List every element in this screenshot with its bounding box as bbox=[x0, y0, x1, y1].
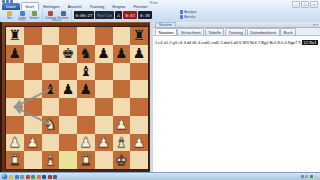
square-g3[interactable]: ♟ bbox=[113, 116, 131, 134]
square-a3[interactable] bbox=[6, 116, 24, 134]
square-a5[interactable] bbox=[6, 80, 24, 98]
square-d5[interactable]: ♟ bbox=[59, 80, 77, 98]
piece-white-pawn-h2[interactable]: ♟ bbox=[133, 134, 146, 151]
current-move-highlight[interactable]: 12.Re1 bbox=[302, 40, 318, 45]
square-d1[interactable] bbox=[59, 151, 77, 169]
square-c5[interactable]: ♝ bbox=[42, 80, 60, 98]
windows-taskbar bbox=[0, 172, 320, 180]
piece-white-bishop-c1[interactable]: ♝ bbox=[44, 152, 57, 169]
square-f3[interactable] bbox=[95, 116, 113, 134]
board-icon bbox=[7, 11, 12, 16]
piece-white-rook-a1[interactable]: ♜ bbox=[9, 152, 22, 169]
square-a6[interactable] bbox=[6, 63, 24, 81]
piece-black-rook-a8[interactable]: ♜ bbox=[9, 27, 22, 44]
square-h1[interactable] bbox=[130, 151, 148, 169]
board-frame: ♜♜♟♚♞♟♟♟♝♝♟♟♞♟♟♟♟♟♝♟♜♝♜♚ bbox=[0, 22, 152, 174]
ribbon-tab-fenster[interactable]: Fenster bbox=[130, 3, 151, 10]
piece-white-pawn-g3[interactable]: ♟ bbox=[115, 116, 128, 133]
taskbar-app-icon-2[interactable] bbox=[15, 175, 19, 179]
square-a1[interactable]: ♜ bbox=[6, 151, 24, 169]
square-h6[interactable] bbox=[130, 63, 148, 81]
tray-icon-4[interactable] bbox=[314, 175, 317, 178]
taskbar-app-icon-9[interactable] bbox=[53, 175, 57, 179]
square-e2[interactable]: ♟ bbox=[77, 134, 95, 152]
taskbar-app-icon-3[interactable] bbox=[20, 175, 24, 179]
clock-mode-label: Partie bbox=[95, 11, 113, 19]
window-title: Fritz bbox=[150, 0, 158, 5]
notation-caption-buttons: ▾× bbox=[313, 23, 320, 27]
square-f5[interactable] bbox=[95, 80, 113, 98]
bericht-option[interactable]: Bericht bbox=[180, 15, 195, 19]
ribbon-group-right: AnalyseBericht bbox=[178, 10, 199, 22]
check-icon bbox=[180, 10, 184, 14]
square-f6[interactable] bbox=[95, 63, 113, 81]
square-e8[interactable] bbox=[77, 27, 95, 45]
taskbar-app-icon-8[interactable] bbox=[48, 175, 52, 179]
square-f7[interactable]: ♟ bbox=[95, 45, 113, 63]
square-h8[interactable]: ♜ bbox=[130, 27, 148, 45]
square-e6[interactable]: ♝ bbox=[77, 63, 95, 81]
piece-white-knight-c3[interactable]: ♞ bbox=[44, 116, 57, 133]
panel-close-button[interactable]: × bbox=[316, 23, 318, 27]
taskbar-app-icon-4[interactable] bbox=[26, 175, 30, 179]
square-b4[interactable] bbox=[24, 98, 42, 116]
piece-white-king-g1[interactable]: ♚ bbox=[115, 152, 128, 169]
square-f4[interactable] bbox=[95, 98, 113, 116]
piece-white-bishop-g2[interactable]: ♝ bbox=[115, 134, 128, 151]
taskbar-app-icon-7[interactable] bbox=[42, 175, 46, 179]
square-g1[interactable]: ♚ bbox=[113, 151, 131, 169]
piece-black-rook-h8[interactable]: ♜ bbox=[133, 27, 146, 44]
window-controls: –□× bbox=[292, 1, 318, 8]
square-b2[interactable]: ♟ bbox=[24, 134, 42, 152]
taskbar-icons bbox=[9, 175, 59, 179]
evaluation-display: 0:41 bbox=[123, 11, 137, 19]
minimize-button[interactable]: – bbox=[292, 1, 300, 8]
black-clock: 0:35 bbox=[138, 11, 152, 19]
square-b3[interactable] bbox=[24, 116, 42, 134]
ribbon-tab-training[interactable]: Training bbox=[86, 3, 108, 10]
square-a8[interactable]: ♜ bbox=[6, 27, 24, 45]
square-e4[interactable] bbox=[77, 98, 95, 116]
square-e7[interactable]: ♞ bbox=[77, 45, 95, 63]
square-b5[interactable] bbox=[24, 80, 42, 98]
taskbar-app-icon-5[interactable] bbox=[31, 175, 35, 179]
panel-menu-button[interactable]: ▾ bbox=[313, 23, 315, 27]
square-c1[interactable]: ♝ bbox=[42, 151, 60, 169]
save-icon bbox=[32, 11, 37, 16]
maximize-button[interactable]: □ bbox=[301, 1, 309, 8]
piece-black-king-d7[interactable]: ♚ bbox=[62, 45, 75, 62]
game-notation[interactable]: 1.c4 e5 2.g3 c6 3.d4 d5 4.cxd5 cxd5 5.dx… bbox=[153, 40, 320, 45]
start-button[interactable] bbox=[2, 174, 7, 179]
engine-icon bbox=[61, 11, 66, 16]
piece-white-pawn-f2[interactable]: ♟ bbox=[97, 134, 110, 151]
app-menu-button[interactable]: Datei bbox=[2, 3, 20, 10]
piece-white-pawn-e2[interactable]: ♟ bbox=[80, 134, 93, 151]
square-d8[interactable] bbox=[59, 27, 77, 45]
threat-icon bbox=[48, 11, 53, 16]
ribbon-tab-einfügen[interactable]: Einfügen bbox=[40, 3, 64, 10]
piece-black-pawn-g7[interactable]: ♟ bbox=[115, 45, 128, 62]
piece-black-pawn-a7[interactable]: ♟ bbox=[9, 45, 22, 62]
square-d4[interactable] bbox=[59, 98, 77, 116]
notation-tab-tabelle[interactable]: Tabelle bbox=[205, 28, 225, 35]
piece-black-pawn-e5[interactable]: ♟ bbox=[80, 81, 93, 98]
ribbon-group-partie: NeuLadenSichernPartie bbox=[2, 10, 43, 22]
square-g8[interactable] bbox=[113, 27, 131, 45]
square-g5[interactable] bbox=[113, 80, 131, 98]
notation-tab-schachtext[interactable]: Schachtext bbox=[177, 28, 204, 35]
square-c4[interactable] bbox=[42, 98, 60, 116]
square-c8[interactable] bbox=[42, 27, 60, 45]
ribbon-tab-engine[interactable]: Engine bbox=[109, 3, 129, 10]
taskbar-app-icon-6[interactable] bbox=[37, 175, 41, 179]
square-g4[interactable] bbox=[113, 98, 131, 116]
square-d3[interactable] bbox=[59, 116, 77, 134]
square-h4[interactable] bbox=[130, 98, 148, 116]
pawn-icon: ♙ bbox=[115, 11, 123, 19]
clock-bar: 0:00:27Partie♙0:410:35 bbox=[74, 11, 152, 19]
option-label: Bericht bbox=[184, 15, 195, 19]
notation-tab-notation[interactable]: Notation bbox=[155, 28, 177, 35]
piece-white-pawn-b2[interactable]: ♟ bbox=[26, 134, 39, 151]
square-c7[interactable] bbox=[42, 45, 60, 63]
notation-tab-bar: NotationSchachtextTabelleTrainingDatenba… bbox=[153, 28, 320, 36]
piece-black-bishop-e6[interactable]: ♝ bbox=[80, 63, 93, 80]
piece-black-pawn-f7[interactable]: ♟ bbox=[97, 45, 110, 62]
ribbon-body: NeuLadenSichernPartieDrohungRechnenAnaly… bbox=[2, 10, 319, 22]
square-b6[interactable] bbox=[24, 63, 42, 81]
tray-icon-2[interactable] bbox=[305, 175, 308, 178]
analyse-option[interactable]: Analyse bbox=[180, 10, 197, 14]
square-b7[interactable] bbox=[24, 45, 42, 63]
square-f2[interactable]: ♟ bbox=[95, 134, 113, 152]
square-a4[interactable] bbox=[6, 98, 24, 116]
notation-tab-training[interactable]: Training bbox=[225, 28, 246, 35]
square-e3[interactable] bbox=[77, 116, 95, 134]
tray-icon-3[interactable] bbox=[310, 175, 313, 178]
square-c3[interactable]: ♞ bbox=[42, 116, 60, 134]
square-g7[interactable]: ♟ bbox=[113, 45, 131, 63]
open-icon bbox=[20, 11, 25, 16]
square-b8[interactable] bbox=[24, 27, 42, 45]
close-button[interactable]: × bbox=[310, 1, 318, 8]
square-d7[interactable]: ♚ bbox=[59, 45, 77, 63]
system-tray bbox=[301, 175, 320, 178]
piece-white-rook-e1[interactable]: ♜ bbox=[80, 152, 93, 169]
square-d6[interactable] bbox=[59, 63, 77, 81]
square-a2[interactable]: ♟ bbox=[6, 134, 24, 152]
ribbon-tab-ansicht[interactable]: Ansicht bbox=[64, 3, 85, 10]
taskbar-app-icon-1[interactable] bbox=[9, 175, 13, 179]
notation-panel: Notation ▾× NotationSchachtextTabelleTra… bbox=[153, 22, 320, 174]
piece-black-pawn-h7[interactable]: ♟ bbox=[133, 45, 146, 62]
notation-tab-buch[interactable]: Buch bbox=[280, 28, 296, 35]
square-e5[interactable]: ♟ bbox=[77, 80, 95, 98]
tray-icon-1[interactable] bbox=[301, 175, 304, 178]
piece-black-knight-e7[interactable]: ♞ bbox=[80, 45, 93, 62]
move-list: 1.c4 e5 2.g3 c6 3.d4 d5 4.cxd5 cxd5 5.dx… bbox=[155, 40, 301, 45]
notation-tab-datenbanktext[interactable]: Datenbanktext bbox=[247, 28, 280, 35]
square-h5[interactable] bbox=[130, 80, 148, 98]
ribbon: Fritz –□× Datei StartEinfügenAnsichtTrai… bbox=[0, 0, 320, 23]
notation-caption-label: Notation bbox=[155, 22, 176, 27]
square-d2[interactable] bbox=[59, 134, 77, 152]
square-b1[interactable] bbox=[24, 151, 42, 169]
square-h7[interactable]: ♟ bbox=[130, 45, 148, 63]
ribbon-group-analyse: DrohungRechnenAnalyse bbox=[43, 10, 72, 22]
square-c2[interactable] bbox=[42, 134, 60, 152]
white-clock: 0:00:27 bbox=[74, 11, 95, 19]
square-g6[interactable] bbox=[113, 63, 131, 81]
square-f8[interactable] bbox=[95, 27, 113, 45]
piece-black-bishop-c5[interactable]: ♝ bbox=[44, 81, 57, 98]
option-label: Analyse bbox=[184, 10, 196, 14]
ribbon-tab-start[interactable]: Start bbox=[21, 2, 39, 10]
square-g2[interactable]: ♝ bbox=[113, 134, 131, 152]
square-h3[interactable] bbox=[130, 116, 148, 134]
square-e1[interactable]: ♜ bbox=[77, 151, 95, 169]
square-c6[interactable] bbox=[42, 63, 60, 81]
chess-program-window: Fritz –□× Datei StartEinfügenAnsichtTrai… bbox=[0, 0, 320, 180]
chess-board[interactable]: ♜♜♟♚♞♟♟♟♝♝♟♟♞♟♟♟♟♟♝♟♜♝♜♚ bbox=[6, 27, 148, 169]
square-h2[interactable]: ♟ bbox=[130, 134, 148, 152]
check-icon bbox=[180, 15, 184, 19]
square-a7[interactable]: ♟ bbox=[6, 45, 24, 63]
piece-black-pawn-d5[interactable]: ♟ bbox=[62, 81, 75, 98]
piece-white-pawn-a2[interactable]: ♟ bbox=[9, 134, 22, 151]
square-f1[interactable] bbox=[95, 151, 113, 169]
